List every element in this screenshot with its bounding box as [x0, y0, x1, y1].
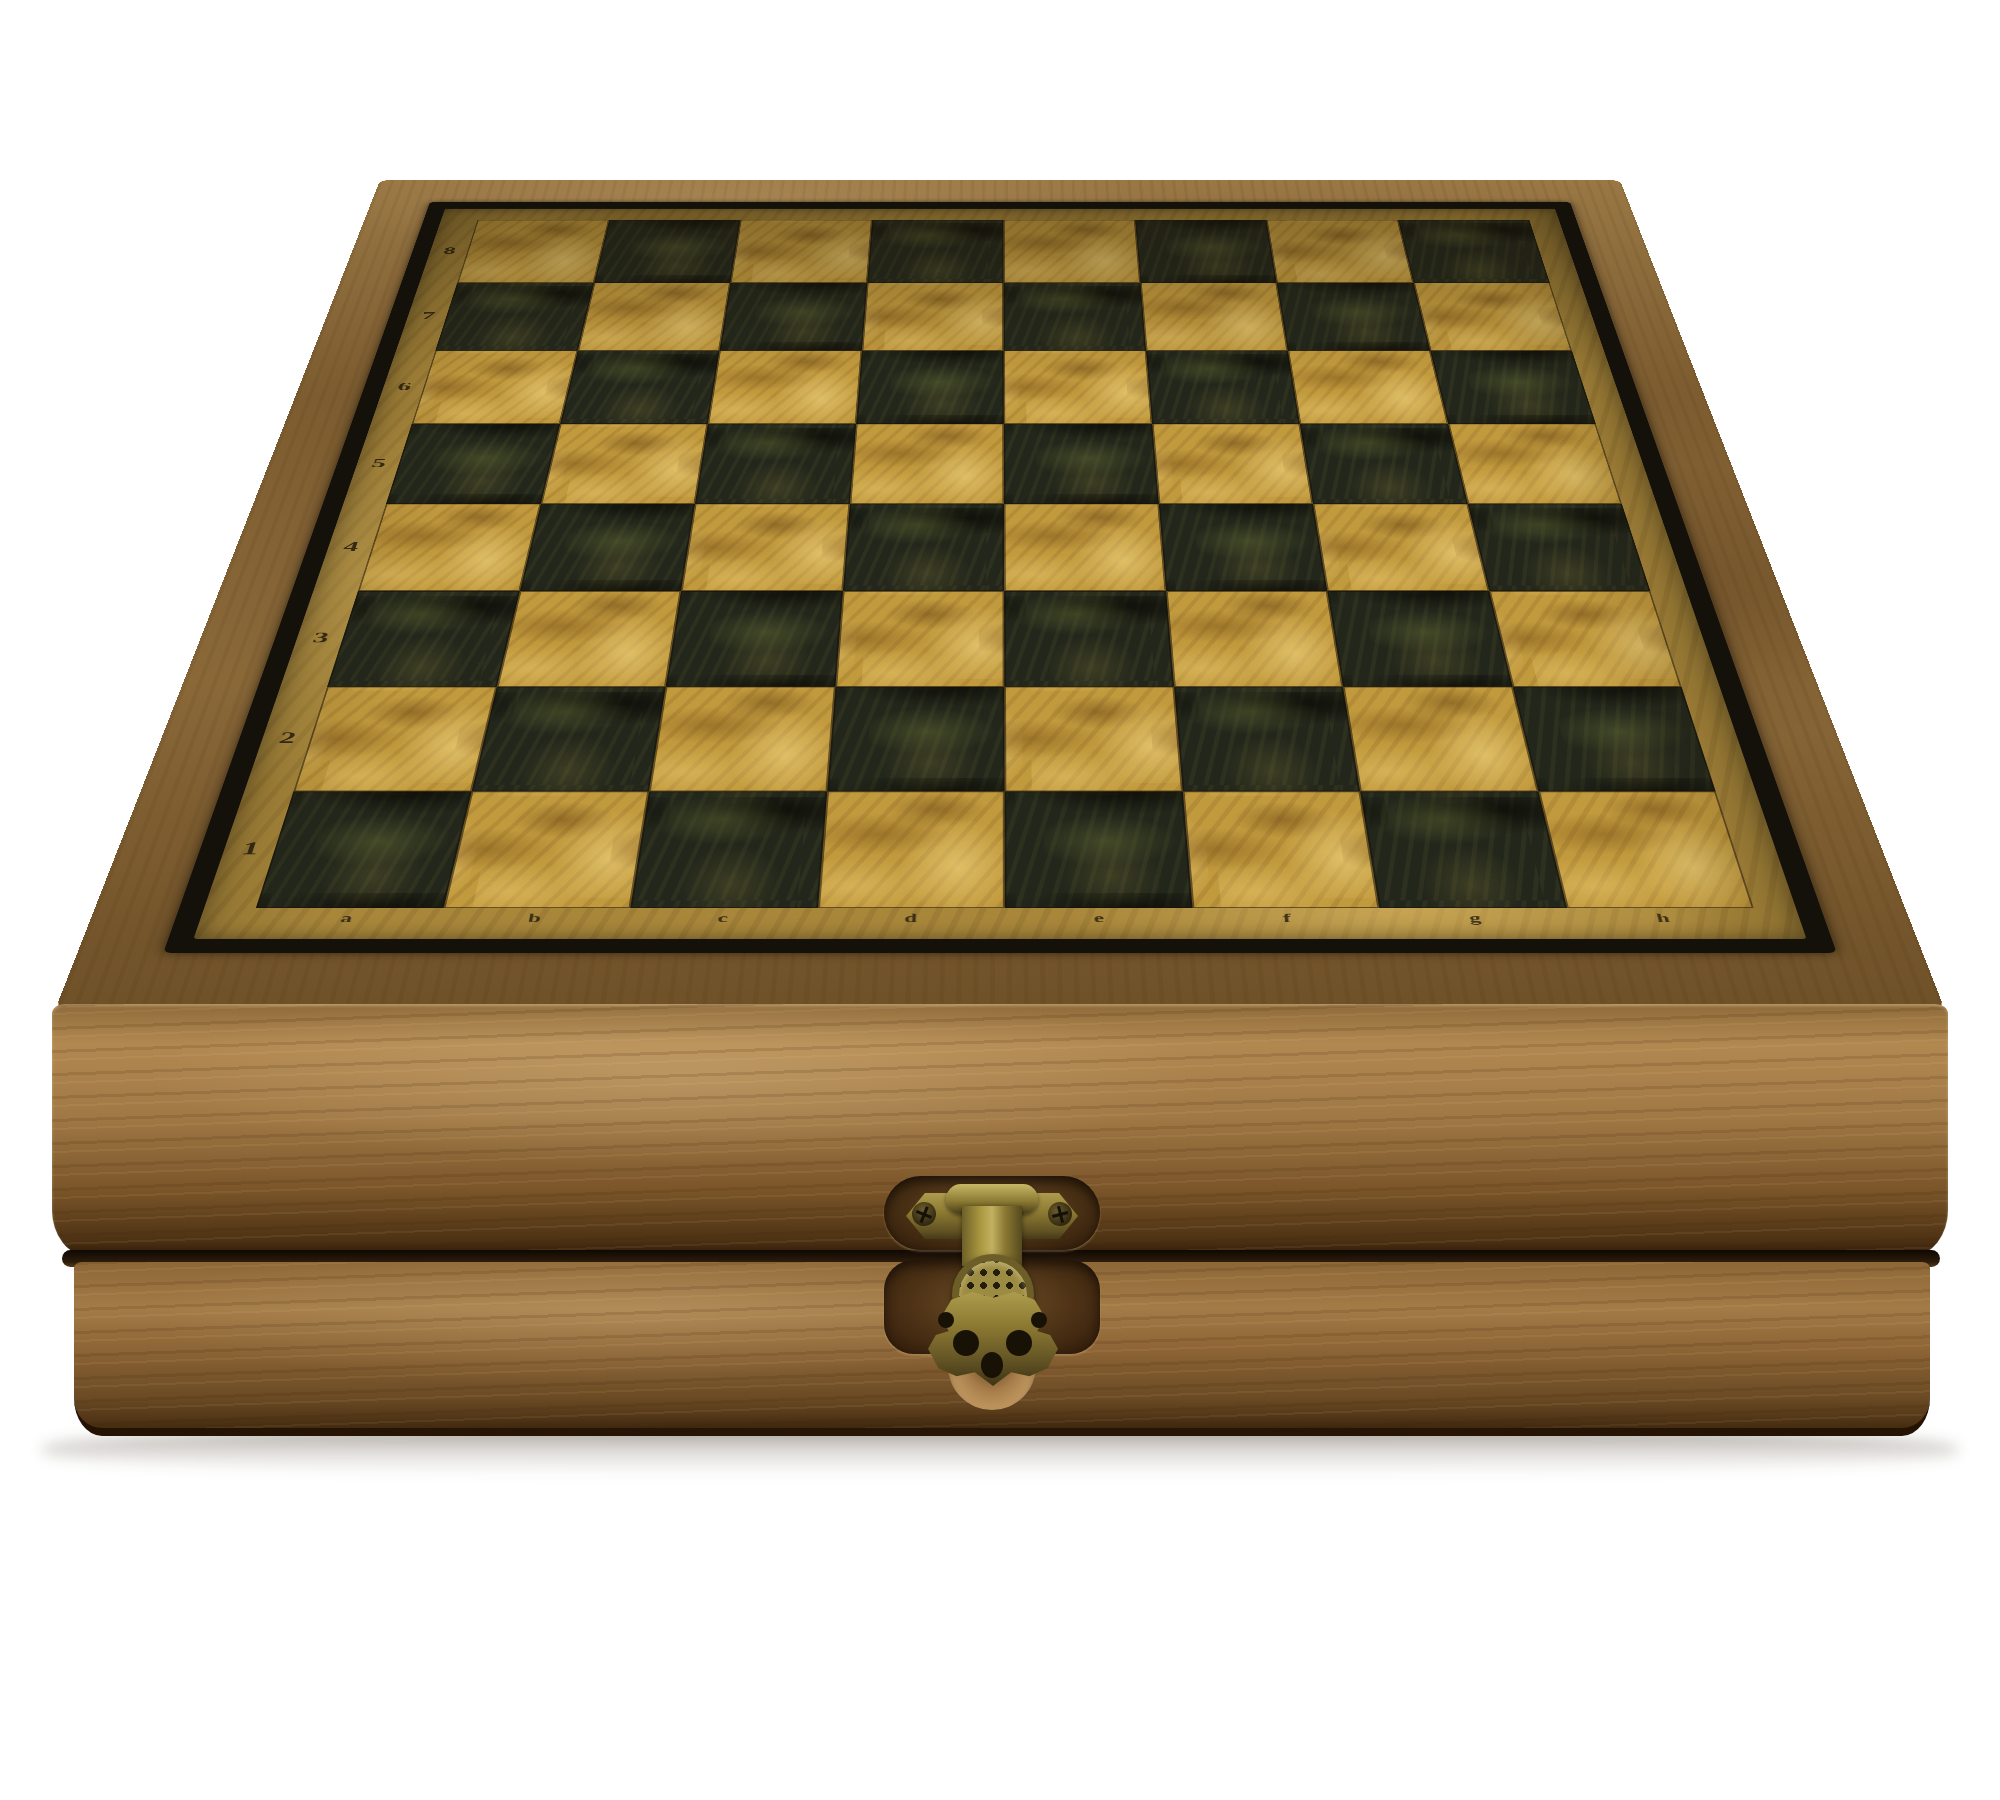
square-g4[interactable]: [1313, 504, 1489, 591]
square-h2[interactable]: [1512, 686, 1716, 791]
file-label-b: b: [436, 908, 631, 939]
square-d8[interactable]: [867, 220, 1004, 283]
square-h6[interactable]: [1430, 350, 1596, 423]
square-d3[interactable]: [835, 591, 1004, 687]
square-e4[interactable]: [1004, 504, 1166, 591]
square-f3[interactable]: [1166, 591, 1343, 687]
file-label-f: f: [1192, 908, 1384, 939]
square-e5[interactable]: [1004, 424, 1159, 504]
square-f5[interactable]: [1152, 424, 1313, 504]
board-perspective-scene: 87654321 abcdefgh: [55, 0, 1945, 1010]
square-a3[interactable]: [327, 591, 519, 687]
square-g6[interactable]: [1288, 350, 1448, 423]
square-d6[interactable]: [856, 350, 1004, 423]
square-a5[interactable]: [386, 424, 560, 504]
square-c6[interactable]: [708, 350, 862, 423]
square-g7[interactable]: [1277, 283, 1430, 351]
square-c2[interactable]: [649, 686, 835, 791]
square-h1[interactable]: [1538, 792, 1754, 908]
square-h5[interactable]: [1448, 424, 1622, 504]
square-a8[interactable]: [457, 220, 609, 283]
file-labels: abcdefgh: [246, 908, 1764, 939]
square-d4[interactable]: [843, 504, 1005, 591]
square-a6[interactable]: [412, 350, 578, 423]
square-b2[interactable]: [471, 686, 666, 791]
square-a2[interactable]: [293, 686, 496, 791]
square-h7[interactable]: [1413, 283, 1572, 351]
photo-canvas: 87654321 abcdefgh: [0, 0, 2000, 1800]
square-f4[interactable]: [1158, 504, 1327, 591]
square-h4[interactable]: [1467, 504, 1650, 591]
square-f2[interactable]: [1174, 686, 1361, 791]
square-f6[interactable]: [1146, 350, 1300, 423]
square-a7[interactable]: [435, 283, 593, 351]
square-c4[interactable]: [681, 504, 849, 591]
square-e8[interactable]: [1003, 220, 1140, 283]
square-b3[interactable]: [496, 591, 681, 687]
square-c1[interactable]: [630, 792, 826, 908]
square-g1[interactable]: [1360, 792, 1566, 908]
square-h8[interactable]: [1398, 220, 1550, 283]
latch-cutout: [953, 1330, 979, 1356]
square-c3[interactable]: [666, 591, 843, 687]
file-label-c: c: [625, 908, 817, 939]
square-d2[interactable]: [827, 686, 1005, 791]
square-d1[interactable]: [818, 792, 1005, 908]
drop-shadow: [42, 1424, 1958, 1476]
square-g3[interactable]: [1327, 591, 1512, 687]
square-g8[interactable]: [1266, 220, 1413, 283]
latch-cutout: [938, 1312, 954, 1328]
square-g5[interactable]: [1300, 424, 1468, 504]
file-label-h: h: [1566, 908, 1763, 939]
file-label-d: d: [815, 908, 1005, 939]
latch-cutout: [1006, 1330, 1032, 1356]
square-c7[interactable]: [720, 283, 867, 351]
square-h3[interactable]: [1489, 591, 1682, 687]
square-c8[interactable]: [730, 220, 872, 283]
square-a4[interactable]: [358, 504, 541, 591]
square-b5[interactable]: [541, 424, 708, 504]
square-g2[interactable]: [1343, 686, 1538, 791]
square-b8[interactable]: [594, 220, 741, 283]
square-e7[interactable]: [1003, 283, 1145, 351]
latch-cutout: [1031, 1312, 1047, 1328]
file-label-g: g: [1379, 908, 1574, 939]
square-a1[interactable]: [256, 792, 471, 908]
square-b6[interactable]: [560, 350, 720, 423]
square-e3[interactable]: [1004, 591, 1173, 687]
square-f1[interactable]: [1182, 792, 1379, 908]
square-b7[interactable]: [577, 283, 730, 351]
square-e2[interactable]: [1004, 686, 1182, 791]
chess-box-lid-top: 87654321 abcdefgh: [55, 180, 1945, 1010]
square-b4[interactable]: [519, 504, 694, 591]
squares-grid: [256, 220, 1754, 908]
square-e1[interactable]: [1005, 792, 1192, 908]
square-d7[interactable]: [862, 283, 1004, 351]
square-b1[interactable]: [443, 792, 649, 908]
square-d5[interactable]: [849, 424, 1003, 504]
file-label-e: e: [1005, 908, 1195, 939]
file-label-a: a: [246, 908, 443, 939]
square-f8[interactable]: [1135, 220, 1277, 283]
square-e6[interactable]: [1004, 350, 1152, 423]
latch-cutout: [981, 1352, 1003, 1378]
square-c5[interactable]: [695, 424, 856, 504]
square-f7[interactable]: [1140, 283, 1288, 351]
